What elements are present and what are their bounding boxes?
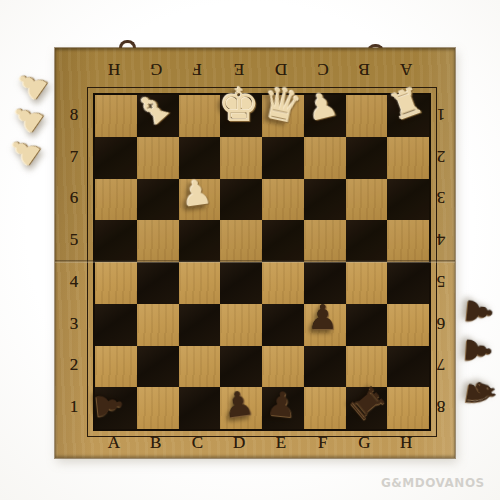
rank-label-right-6: 6 [437, 314, 446, 331]
square-c4 [179, 262, 221, 304]
piece-bP-offboard: ♟ [461, 295, 498, 329]
piece-wP-offboard: ♟ [5, 95, 50, 139]
square-d6 [220, 179, 262, 221]
rank-label-left-7: 7 [70, 147, 79, 164]
square-e2 [262, 346, 304, 388]
file-label-bottom-F: F [318, 434, 327, 451]
square-a4 [95, 262, 137, 304]
square-h6 [387, 179, 429, 221]
piece-bN-offboard: ♞ [459, 373, 500, 413]
file-label-top-E: E [234, 61, 244, 78]
square-h1 [387, 387, 429, 429]
square-e1 [262, 387, 304, 429]
piece-wP-offboard: ♟ [2, 128, 47, 172]
square-f8 [304, 95, 346, 137]
square-a2 [95, 346, 137, 388]
rank-label-right-2: 2 [437, 147, 446, 164]
square-b3 [137, 304, 179, 346]
square-d4 [220, 262, 262, 304]
square-g1 [346, 387, 388, 429]
square-g2 [346, 346, 388, 388]
board-squares [93, 93, 431, 431]
square-c6 [179, 179, 221, 221]
square-h2 [387, 346, 429, 388]
square-a8 [95, 95, 137, 137]
square-d5 [220, 220, 262, 262]
square-e7 [262, 137, 304, 179]
square-g6 [346, 179, 388, 221]
file-label-top-G: G [149, 61, 161, 78]
file-label-top-H: H [108, 61, 120, 78]
rank-label-left-1: 1 [70, 398, 79, 415]
square-a3 [95, 304, 137, 346]
piece-wP-offboard: ♟ [9, 62, 54, 106]
square-c2 [179, 346, 221, 388]
square-c8 [179, 95, 221, 137]
square-b5 [137, 220, 179, 262]
rank-label-left-8: 8 [70, 105, 79, 122]
file-label-top-B: B [359, 61, 370, 78]
file-label-top-F: F [193, 61, 202, 78]
file-label-bottom-H: H [400, 434, 412, 451]
rank-label-right-3: 3 [437, 189, 446, 206]
square-a6 [95, 179, 137, 221]
square-g8 [346, 95, 388, 137]
rank-label-left-6: 6 [70, 189, 79, 206]
square-d3 [220, 304, 262, 346]
square-f5 [304, 220, 346, 262]
square-g3 [346, 304, 388, 346]
square-b7 [137, 137, 179, 179]
square-b8 [137, 95, 179, 137]
file-label-bottom-G: G [358, 434, 370, 451]
square-f2 [304, 346, 346, 388]
product-photo: HGFEDCBAABCDEFGH8765432112345678♝♚♛♟♜♟♟♟… [0, 0, 500, 500]
rank-label-left-3: 3 [70, 314, 79, 331]
square-d1 [220, 387, 262, 429]
square-c1 [179, 387, 221, 429]
rank-label-right-4: 4 [437, 231, 446, 248]
square-e5 [262, 220, 304, 262]
square-f3 [304, 304, 346, 346]
file-label-bottom-D: D [233, 434, 245, 451]
square-g4 [346, 262, 388, 304]
file-label-bottom-C: C [192, 434, 203, 451]
square-b6 [137, 179, 179, 221]
rank-label-right-7: 7 [437, 356, 446, 373]
chess-board: HGFEDCBAABCDEFGH8765432112345678♝♚♛♟♜♟♟♟… [55, 48, 455, 458]
square-g7 [346, 137, 388, 179]
rank-label-right-8: 8 [437, 398, 446, 415]
rank-label-left-4: 4 [70, 272, 79, 289]
square-b4 [137, 262, 179, 304]
file-label-top-C: C [317, 61, 328, 78]
file-label-bottom-B: B [150, 434, 161, 451]
rank-label-left-5: 5 [70, 231, 79, 248]
file-label-bottom-A: A [108, 434, 120, 451]
square-f1 [304, 387, 346, 429]
square-b2 [137, 346, 179, 388]
square-a1 [95, 387, 137, 429]
file-label-bottom-E: E [276, 434, 286, 451]
square-h7 [387, 137, 429, 179]
square-a7 [95, 137, 137, 179]
square-f4 [304, 262, 346, 304]
square-g5 [346, 220, 388, 262]
square-e4 [262, 262, 304, 304]
rank-label-left-2: 2 [70, 356, 79, 373]
square-h5 [387, 220, 429, 262]
square-h8 [387, 95, 429, 137]
square-f6 [304, 179, 346, 221]
square-b1 [137, 387, 179, 429]
watermark-text: G&MDOVANOS [381, 476, 485, 490]
square-e3 [262, 304, 304, 346]
square-f7 [304, 137, 346, 179]
rank-label-right-1: 1 [437, 105, 446, 122]
square-d7 [220, 137, 262, 179]
rank-label-right-5: 5 [437, 272, 446, 289]
square-a5 [95, 220, 137, 262]
square-c5 [179, 220, 221, 262]
square-h3 [387, 304, 429, 346]
square-e6 [262, 179, 304, 221]
square-d8 [220, 95, 262, 137]
square-e8 [262, 95, 304, 137]
square-c7 [179, 137, 221, 179]
square-c3 [179, 304, 221, 346]
piece-bP-offboard: ♟ [460, 334, 496, 367]
square-h4 [387, 262, 429, 304]
file-label-top-A: A [400, 61, 412, 78]
square-d2 [220, 346, 262, 388]
file-label-top-D: D [275, 61, 287, 78]
